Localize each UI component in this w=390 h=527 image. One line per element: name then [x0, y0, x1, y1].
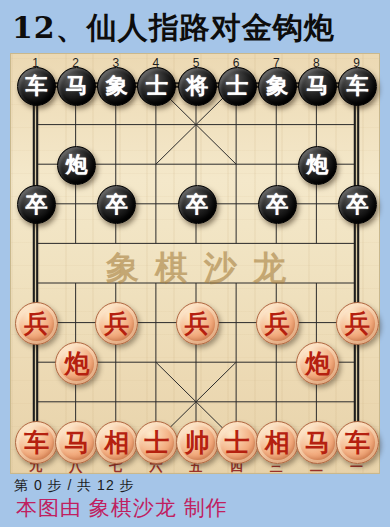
piece-red-chariot: 车	[336, 421, 379, 464]
piece-red-soldier: 兵	[176, 302, 219, 345]
piece-black-soldier: 卒	[178, 185, 217, 224]
credit-text: 本图由 象棋沙龙 制作	[16, 494, 228, 522]
piece-red-soldier: 兵	[15, 302, 58, 345]
page-title: 12、仙人指路对金钩炮	[12, 8, 384, 49]
diagram-page: 12、仙人指路对金钩炮 123456789 九八七六五四三二一 象棋沙龙 车马象…	[0, 0, 390, 527]
piece-red-cannon: 炮	[296, 342, 339, 385]
piece-red-horse: 马	[55, 421, 98, 464]
piece-red-cannon: 炮	[55, 342, 98, 385]
piece-red-general: 帅	[176, 421, 219, 464]
piece-red-elephant: 相	[256, 421, 299, 464]
board-grid	[11, 54, 381, 475]
piece-red-horse: 马	[296, 421, 339, 464]
move-counter: 第 0 步 / 共 12 步	[14, 477, 135, 495]
piece-red-advisor: 士	[216, 421, 259, 464]
piece-black-soldier: 卒	[258, 185, 297, 224]
piece-black-chariot: 车	[17, 67, 56, 106]
piece-black-cannon: 炮	[57, 146, 96, 185]
piece-black-general: 将	[178, 67, 217, 106]
piece-black-elephant: 象	[258, 67, 297, 106]
piece-red-chariot: 车	[15, 421, 58, 464]
xiangqi-board[interactable]: 123456789 九八七六五四三二一 象棋沙龙 车马象士将士象马车炮炮卒卒卒卒…	[10, 53, 380, 474]
piece-black-cannon: 炮	[298, 146, 337, 185]
piece-black-advisor: 士	[218, 67, 257, 106]
piece-red-soldier: 兵	[336, 302, 379, 345]
piece-black-horse: 马	[298, 67, 337, 106]
piece-black-elephant: 象	[97, 67, 136, 106]
piece-black-chariot: 车	[338, 67, 377, 106]
piece-red-advisor: 士	[135, 421, 178, 464]
piece-black-horse: 马	[57, 67, 96, 106]
piece-red-soldier: 兵	[256, 302, 299, 345]
piece-red-elephant: 相	[95, 421, 138, 464]
piece-black-advisor: 士	[137, 67, 176, 106]
